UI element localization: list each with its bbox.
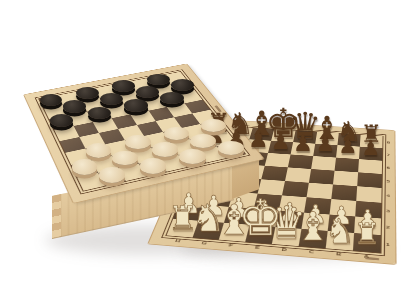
white-checker-r7c5[interactable] <box>179 149 206 164</box>
white-checker-r6c6[interactable] <box>190 134 216 148</box>
rank-label: 5 <box>383 174 394 189</box>
rank-label: 2 <box>382 219 394 237</box>
chess-piece-black-pawn-a7[interactable]: ♟ <box>359 137 382 158</box>
rank-label: 1 <box>382 235 395 254</box>
black-checker-r0c4[interactable] <box>112 80 135 92</box>
white-checker-r7c1[interactable] <box>99 167 125 183</box>
black-checker-r1c1[interactable] <box>63 100 86 112</box>
black-checker-r1c5[interactable] <box>136 86 159 98</box>
rank-label: 6 <box>383 161 394 175</box>
white-checker-r6c4[interactable] <box>152 142 178 157</box>
rank-label: 3 <box>382 203 394 220</box>
white-checker-r5c3[interactable] <box>125 135 150 149</box>
chess-piece-black-pawn-e7[interactable]: ♟ <box>268 130 293 153</box>
black-checker-r1c7[interactable] <box>171 79 194 91</box>
chess-piece-black-pawn-c7[interactable]: ♟ <box>313 133 337 155</box>
chess-piece-white-rook-h1[interactable]: ♜ <box>164 202 201 236</box>
black-checker-r0c6[interactable] <box>147 74 170 85</box>
chess-piece-black-pawn-b7[interactable]: ♟ <box>336 135 360 156</box>
product-photo: HGFEDCBA 87654321 ♜♞♝♛♚♝♞♜♟♟♟♟♟♟♟♟♟♟♟♟♟♟… <box>0 0 416 301</box>
rank-label: 4 <box>382 188 394 204</box>
rank-label: 8 <box>383 136 393 149</box>
rank-labels: 87654321 <box>382 136 395 254</box>
chess-piece-black-pawn-f7[interactable]: ♟ <box>246 128 271 151</box>
rank-label: 7 <box>383 148 394 161</box>
white-checker-r6c0[interactable] <box>72 159 98 174</box>
black-checker-r2c4[interactable] <box>124 99 148 111</box>
white-checker-r7c3[interactable] <box>140 158 166 173</box>
white-checker-r5c1[interactable] <box>86 143 111 158</box>
chess-piece-black-pawn-d7[interactable]: ♟ <box>291 132 315 154</box>
black-checker-r0c2[interactable] <box>76 87 99 99</box>
